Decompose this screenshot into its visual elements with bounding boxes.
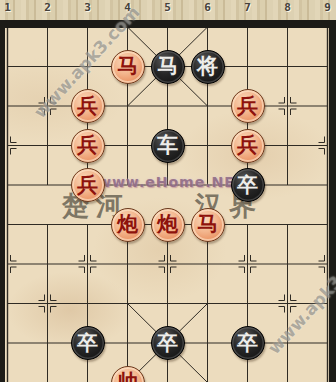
column-label-2: 2: [44, 1, 51, 14]
piece-red-soldier[interactable]: 兵: [231, 89, 265, 123]
column-label-8: 8: [284, 1, 291, 14]
xiangqi-app-screenshot: 123456789 楚河 汉界 www.apk3.com www.apk3.co…: [0, 0, 336, 382]
piece-red-soldier[interactable]: 兵: [71, 89, 105, 123]
piece-red-soldier[interactable]: 兵: [71, 129, 105, 163]
piece-black-chariot[interactable]: 车: [151, 129, 185, 163]
piece-red-horse[interactable]: 马: [191, 208, 225, 242]
board-frame-top: [0, 20, 336, 28]
piece-red-soldier[interactable]: 兵: [71, 168, 105, 202]
piece-black-soldier[interactable]: 卒: [71, 326, 105, 360]
column-label-3: 3: [84, 1, 91, 14]
column-label-5: 5: [164, 1, 171, 14]
piece-red-horse[interactable]: 马: [111, 50, 145, 84]
piece-black-general[interactable]: 将: [191, 50, 225, 84]
piece-black-soldier[interactable]: 卒: [231, 326, 265, 360]
column-label-6: 6: [204, 1, 211, 14]
column-label-1: 1: [4, 1, 11, 14]
board-frame-right: [329, 20, 336, 382]
piece-black-horse[interactable]: 马: [151, 50, 185, 84]
board-frame-left: [0, 20, 5, 382]
piece-red-soldier[interactable]: 兵: [231, 129, 265, 163]
piece-black-soldier[interactable]: 卒: [151, 326, 185, 360]
piece-black-soldier[interactable]: 卒: [231, 168, 265, 202]
watermark-ehome: www.eHome.NET: [98, 174, 245, 190]
piece-red-cannon[interactable]: 炮: [111, 208, 145, 242]
piece-red-cannon[interactable]: 炮: [151, 208, 185, 242]
column-label-7: 7: [244, 1, 251, 14]
column-label-9: 9: [324, 1, 331, 14]
